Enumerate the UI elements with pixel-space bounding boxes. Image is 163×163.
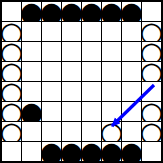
cell-b4[interactable] xyxy=(22,82,41,101)
black-piece[interactable]: ● xyxy=(102,142,121,161)
cell-g2[interactable] xyxy=(122,122,141,141)
cell-e2[interactable] xyxy=(82,122,101,141)
cell-f1[interactable]: ● xyxy=(102,142,121,161)
cell-g7[interactable] xyxy=(122,22,141,41)
white-piece[interactable]: ○ xyxy=(142,22,161,41)
black-piece[interactable]: ● xyxy=(102,2,121,21)
cell-g4[interactable] xyxy=(122,82,141,101)
cell-f4[interactable] xyxy=(102,82,121,101)
cell-b1[interactable] xyxy=(22,142,41,161)
cell-f6[interactable] xyxy=(102,42,121,61)
cell-c6[interactable] xyxy=(42,42,61,61)
cell-d6[interactable] xyxy=(62,42,81,61)
cell-c4[interactable] xyxy=(42,82,61,101)
cell-a8[interactable] xyxy=(2,2,21,21)
cell-d3[interactable] xyxy=(62,102,81,121)
cell-e1[interactable]: ● xyxy=(82,142,101,161)
cell-h5[interactable]: ○ xyxy=(142,62,161,81)
cell-f3[interactable] xyxy=(102,102,121,121)
cell-g1[interactable]: ● xyxy=(122,142,141,161)
white-piece[interactable]: ○ xyxy=(142,122,161,141)
white-piece[interactable]: ○ xyxy=(2,22,21,41)
cell-d2[interactable] xyxy=(62,122,81,141)
cell-c7[interactable] xyxy=(42,22,61,41)
cell-h8[interactable] xyxy=(142,2,161,21)
cell-c1[interactable]: ● xyxy=(42,142,61,161)
cell-b8[interactable]: ● xyxy=(22,2,41,21)
cell-f7[interactable] xyxy=(102,22,121,41)
white-piece[interactable]: ○ xyxy=(142,102,161,121)
white-piece[interactable]: ○ xyxy=(142,62,161,81)
cell-a4[interactable]: ○ xyxy=(2,82,21,101)
cell-b2[interactable] xyxy=(22,122,41,141)
cell-h6[interactable]: ○ xyxy=(142,42,161,61)
white-piece[interactable]: ○ xyxy=(102,122,121,141)
cell-g3[interactable] xyxy=(122,102,141,121)
cell-d4[interactable] xyxy=(62,82,81,101)
cell-d7[interactable] xyxy=(62,22,81,41)
cell-d5[interactable] xyxy=(62,62,81,81)
black-piece[interactable]: ● xyxy=(22,2,41,21)
cell-h7[interactable]: ○ xyxy=(142,22,161,41)
white-piece[interactable]: ○ xyxy=(2,42,21,61)
black-piece[interactable]: ● xyxy=(122,142,141,161)
cell-b7[interactable] xyxy=(22,22,41,41)
cell-c8[interactable]: ● xyxy=(42,2,61,21)
cell-b5[interactable] xyxy=(22,62,41,81)
cell-a5[interactable]: ○ xyxy=(2,62,21,81)
cell-g8[interactable]: ● xyxy=(122,2,141,21)
black-piece[interactable]: ● xyxy=(22,102,41,121)
loa-diagram: ●●●●●●○○○○○○○○●○○○○●●●●● xyxy=(0,0,163,163)
white-piece[interactable]: ○ xyxy=(2,102,21,121)
cell-h3[interactable]: ○ xyxy=(142,102,161,121)
cell-c2[interactable] xyxy=(42,122,61,141)
black-piece[interactable]: ● xyxy=(82,142,101,161)
cell-a7[interactable]: ○ xyxy=(2,22,21,41)
cell-e3[interactable] xyxy=(82,102,101,121)
cell-a6[interactable]: ○ xyxy=(2,42,21,61)
white-piece[interactable]: ○ xyxy=(2,62,21,81)
cell-g6[interactable] xyxy=(122,42,141,61)
white-piece[interactable]: ○ xyxy=(142,42,161,61)
cell-e8[interactable]: ● xyxy=(82,2,101,21)
cell-e4[interactable] xyxy=(82,82,101,101)
cell-a2[interactable]: ○ xyxy=(2,122,21,141)
cell-h4[interactable] xyxy=(142,82,161,101)
black-piece[interactable]: ● xyxy=(42,2,61,21)
cell-h1[interactable] xyxy=(142,142,161,161)
cell-c5[interactable] xyxy=(42,62,61,81)
black-piece[interactable]: ● xyxy=(42,142,61,161)
cell-e6[interactable] xyxy=(82,42,101,61)
cell-h2[interactable]: ○ xyxy=(142,122,161,141)
cell-g5[interactable] xyxy=(122,62,141,81)
cell-b3[interactable]: ● xyxy=(22,102,41,121)
cell-f5[interactable] xyxy=(102,62,121,81)
black-piece[interactable]: ● xyxy=(82,2,101,21)
cell-d8[interactable]: ● xyxy=(62,2,81,21)
cell-f8[interactable]: ● xyxy=(102,2,121,21)
cell-e7[interactable] xyxy=(82,22,101,41)
cell-f2[interactable]: ○ xyxy=(102,122,121,141)
cell-a3[interactable]: ○ xyxy=(2,102,21,121)
black-piece[interactable]: ● xyxy=(122,2,141,21)
black-piece[interactable]: ● xyxy=(62,2,81,21)
loa-board: ●●●●●●○○○○○○○○●○○○○●●●●● xyxy=(0,0,163,163)
cell-c3[interactable] xyxy=(42,102,61,121)
white-piece[interactable]: ○ xyxy=(2,82,21,101)
cell-a1[interactable] xyxy=(2,142,21,161)
white-piece[interactable]: ○ xyxy=(2,122,21,141)
cell-b6[interactable] xyxy=(22,42,41,61)
cell-d1[interactable]: ● xyxy=(62,142,81,161)
black-piece[interactable]: ● xyxy=(62,142,81,161)
cell-e5[interactable] xyxy=(82,62,101,81)
